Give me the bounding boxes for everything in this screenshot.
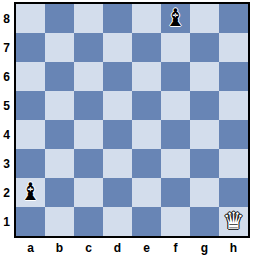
square-g5[interactable] (190, 91, 219, 120)
square-a1[interactable] (16, 207, 45, 236)
square-g4[interactable] (190, 120, 219, 149)
square-a3[interactable] (16, 149, 45, 178)
square-c5[interactable] (74, 91, 103, 120)
square-d5[interactable] (103, 91, 132, 120)
rank-label-6: 6 (0, 62, 13, 91)
square-a4[interactable] (16, 120, 45, 149)
square-h6[interactable] (219, 62, 248, 91)
square-a2[interactable]: ♝ (16, 178, 45, 207)
square-e2[interactable] (132, 178, 161, 207)
square-f1[interactable] (161, 207, 190, 236)
square-h4[interactable] (219, 120, 248, 149)
square-e4[interactable] (132, 120, 161, 149)
file-label-e: e (132, 239, 161, 257)
square-b7[interactable] (45, 33, 74, 62)
chess-board: ♝♝♛ (14, 2, 250, 238)
square-b8[interactable] (45, 4, 74, 33)
rank-label-3: 3 (0, 149, 13, 178)
file-label-b: b (45, 239, 74, 257)
file-label-h: h (219, 239, 248, 257)
square-c8[interactable] (74, 4, 103, 33)
square-c7[interactable] (74, 33, 103, 62)
square-f5[interactable] (161, 91, 190, 120)
square-f3[interactable] (161, 149, 190, 178)
square-e7[interactable] (132, 33, 161, 62)
square-a7[interactable] (16, 33, 45, 62)
square-c6[interactable] (74, 62, 103, 91)
square-d2[interactable] (103, 178, 132, 207)
square-e6[interactable] (132, 62, 161, 91)
rank-label-8: 8 (0, 4, 13, 33)
square-c1[interactable] (74, 207, 103, 236)
square-g8[interactable] (190, 4, 219, 33)
black-bishop[interactable]: ♝ (161, 4, 190, 33)
rank-label-1: 1 (0, 207, 13, 236)
square-d1[interactable] (103, 207, 132, 236)
square-h1[interactable]: ♛ (219, 207, 248, 236)
square-f7[interactable] (161, 33, 190, 62)
square-f4[interactable] (161, 120, 190, 149)
chess-diagram: 87654321 ♝♝♛ abcdefgh (0, 0, 256, 258)
square-a6[interactable] (16, 62, 45, 91)
square-b2[interactable] (45, 178, 74, 207)
square-d4[interactable] (103, 120, 132, 149)
square-h2[interactable] (219, 178, 248, 207)
rank-label-2: 2 (0, 178, 13, 207)
rank-label-4: 4 (0, 120, 13, 149)
rank-label-5: 5 (0, 91, 13, 120)
square-b5[interactable] (45, 91, 74, 120)
square-g3[interactable] (190, 149, 219, 178)
square-b1[interactable] (45, 207, 74, 236)
square-d6[interactable] (103, 62, 132, 91)
file-labels: abcdefgh (16, 239, 248, 257)
white-queen[interactable]: ♛ (219, 207, 248, 236)
square-h3[interactable] (219, 149, 248, 178)
square-e8[interactable] (132, 4, 161, 33)
square-e5[interactable] (132, 91, 161, 120)
square-e1[interactable] (132, 207, 161, 236)
square-e3[interactable] (132, 149, 161, 178)
square-b3[interactable] (45, 149, 74, 178)
square-h5[interactable] (219, 91, 248, 120)
square-b4[interactable] (45, 120, 74, 149)
square-g6[interactable] (190, 62, 219, 91)
file-label-c: c (74, 239, 103, 257)
square-f8[interactable]: ♝ (161, 4, 190, 33)
square-d8[interactable] (103, 4, 132, 33)
black-bishop[interactable]: ♝ (16, 178, 45, 207)
square-c2[interactable] (74, 178, 103, 207)
square-d3[interactable] (103, 149, 132, 178)
rank-label-7: 7 (0, 33, 13, 62)
square-d7[interactable] (103, 33, 132, 62)
file-label-f: f (161, 239, 190, 257)
square-g2[interactable] (190, 178, 219, 207)
square-g7[interactable] (190, 33, 219, 62)
square-a8[interactable] (16, 4, 45, 33)
file-label-a: a (16, 239, 45, 257)
square-a5[interactable] (16, 91, 45, 120)
square-g1[interactable] (190, 207, 219, 236)
square-h8[interactable] (219, 4, 248, 33)
square-f6[interactable] (161, 62, 190, 91)
square-h7[interactable] (219, 33, 248, 62)
square-c4[interactable] (74, 120, 103, 149)
rank-labels: 87654321 (0, 4, 13, 236)
square-f2[interactable] (161, 178, 190, 207)
file-label-g: g (190, 239, 219, 257)
file-label-d: d (103, 239, 132, 257)
square-c3[interactable] (74, 149, 103, 178)
square-b6[interactable] (45, 62, 74, 91)
